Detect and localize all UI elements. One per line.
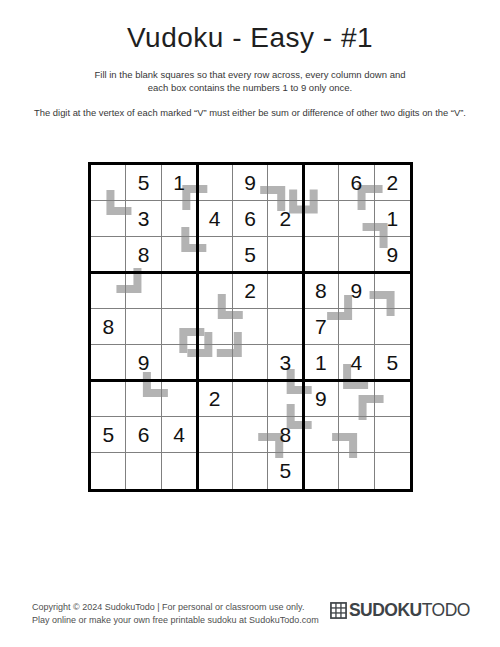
- cell-r7c4[interactable]: [233, 417, 268, 453]
- cell-r7c7[interactable]: [339, 417, 374, 453]
- cell-r1c5: 2: [268, 201, 303, 237]
- cell-r6c7[interactable]: [339, 381, 374, 417]
- cell-r5c2[interactable]: [162, 345, 197, 381]
- cell-r6c1[interactable]: [126, 381, 161, 417]
- page-title: Vudoku - Easy - #1: [0, 22, 500, 54]
- cell-r2c0[interactable]: [91, 237, 126, 273]
- cell-r3c6: 8: [304, 273, 339, 309]
- cell-r1c7[interactable]: [339, 201, 374, 237]
- copyright-line: Copyright © 2024 SudokuTodo | For person…: [32, 601, 319, 614]
- instructions: Fill in the blank squares so that every …: [0, 69, 500, 94]
- instructions-line2: each box contains the numbers 1 to 9 onl…: [148, 82, 352, 93]
- cell-r4c2[interactable]: [162, 309, 197, 345]
- promo-line: Play online or make your own free printa…: [32, 614, 319, 627]
- cell-r5c3[interactable]: [197, 345, 232, 381]
- cell-r0c0[interactable]: [91, 165, 126, 201]
- cell-r3c5[interactable]: [268, 273, 303, 309]
- cell-r1c1: 3: [126, 201, 161, 237]
- cell-r5c7: 4: [339, 345, 374, 381]
- cell-r3c2[interactable]: [162, 273, 197, 309]
- logo-text-sudoku: SUDOKU: [349, 600, 422, 621]
- cell-r8c7[interactable]: [339, 453, 374, 489]
- cell-r0c1: 5: [126, 165, 161, 201]
- cell-r4c1[interactable]: [126, 309, 161, 345]
- box-line-vertical-2: [302, 165, 305, 489]
- cell-r0c6[interactable]: [304, 165, 339, 201]
- cell-r7c0: 5: [91, 417, 126, 453]
- cell-r8c1[interactable]: [126, 453, 161, 489]
- cell-r6c8[interactable]: [375, 381, 410, 417]
- box-line-horizontal-2: [91, 379, 410, 382]
- cell-r2c8: 9: [375, 237, 410, 273]
- cell-r8c6[interactable]: [304, 453, 339, 489]
- cell-r1c3: 4: [197, 201, 232, 237]
- cell-r0c5[interactable]: [268, 165, 303, 201]
- grid-logo-icon: [330, 602, 347, 619]
- cell-r7c5: 8: [268, 417, 303, 453]
- sudoku-grid: 519623462185928987931452956485: [88, 162, 413, 492]
- cell-r4c3[interactable]: [197, 309, 232, 345]
- cell-r3c4: 2: [233, 273, 268, 309]
- cell-r2c6[interactable]: [304, 237, 339, 273]
- cell-r7c6[interactable]: [304, 417, 339, 453]
- cell-r3c7: 9: [339, 273, 374, 309]
- cell-r8c8[interactable]: [375, 453, 410, 489]
- cell-r3c3[interactable]: [197, 273, 232, 309]
- cell-r1c4: 6: [233, 201, 268, 237]
- cell-r5c4[interactable]: [233, 345, 268, 381]
- cell-r8c3[interactable]: [197, 453, 232, 489]
- cell-r6c0[interactable]: [91, 381, 126, 417]
- cell-r4c6: 7: [304, 309, 339, 345]
- instructions-line1: Fill in the blank squares so that every …: [94, 69, 405, 80]
- cell-r5c6: 1: [304, 345, 339, 381]
- logo-text-todo: TODO: [422, 600, 470, 621]
- cell-r4c8[interactable]: [375, 309, 410, 345]
- cell-r1c6[interactable]: [304, 201, 339, 237]
- cell-r0c8: 2: [375, 165, 410, 201]
- cell-r3c8[interactable]: [375, 273, 410, 309]
- cell-r3c0[interactable]: [91, 273, 126, 309]
- cell-r3c1[interactable]: [126, 273, 161, 309]
- cell-r2c4: 5: [233, 237, 268, 273]
- cell-r4c7[interactable]: [339, 309, 374, 345]
- cell-r1c0[interactable]: [91, 201, 126, 237]
- cell-r8c5: 5: [268, 453, 303, 489]
- cell-r7c1: 6: [126, 417, 161, 453]
- cell-r4c0: 8: [91, 309, 126, 345]
- cell-r8c2[interactable]: [162, 453, 197, 489]
- cell-r8c4[interactable]: [233, 453, 268, 489]
- cell-r6c6: 9: [304, 381, 339, 417]
- cell-r6c2[interactable]: [162, 381, 197, 417]
- cell-r0c7: 6: [339, 165, 374, 201]
- cell-r5c1: 9: [126, 345, 161, 381]
- cell-r6c5[interactable]: [268, 381, 303, 417]
- cell-r0c3[interactable]: [197, 165, 232, 201]
- cell-r1c8: 1: [375, 201, 410, 237]
- cell-r2c7[interactable]: [339, 237, 374, 273]
- cell-r2c3[interactable]: [197, 237, 232, 273]
- cell-r4c4[interactable]: [233, 309, 268, 345]
- cell-r1c2[interactable]: [162, 201, 197, 237]
- cell-r0c4: 9: [233, 165, 268, 201]
- cell-r2c1: 8: [126, 237, 161, 273]
- cell-r6c4[interactable]: [233, 381, 268, 417]
- sudokutodo-logo: SUDOKUTODO: [330, 600, 470, 621]
- v-rule-instruction: The digit at the vertex of each marked “…: [0, 107, 500, 118]
- footer: Copyright © 2024 SudokuTodo | For person…: [32, 601, 319, 627]
- cell-r5c5: 3: [268, 345, 303, 381]
- cell-r6c3: 2: [197, 381, 232, 417]
- cell-r8c0[interactable]: [91, 453, 126, 489]
- cell-r7c8[interactable]: [375, 417, 410, 453]
- cell-r7c3[interactable]: [197, 417, 232, 453]
- cell-r5c0[interactable]: [91, 345, 126, 381]
- cell-r7c2: 4: [162, 417, 197, 453]
- cell-r4c5[interactable]: [268, 309, 303, 345]
- cell-r2c2[interactable]: [162, 237, 197, 273]
- box-line-vertical-1: [196, 165, 199, 489]
- grid-cells: 519623462185928987931452956485: [91, 165, 410, 489]
- cell-r5c8: 5: [375, 345, 410, 381]
- cell-r0c2: 1: [162, 165, 197, 201]
- cell-r2c5[interactable]: [268, 237, 303, 273]
- box-line-horizontal-1: [91, 271, 410, 274]
